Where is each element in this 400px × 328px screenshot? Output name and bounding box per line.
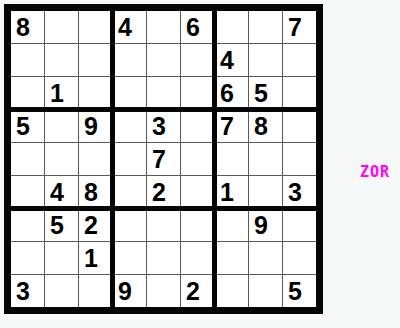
cell-r6c4[interactable] bbox=[113, 176, 146, 208]
cell-r2c3[interactable] bbox=[79, 44, 112, 76]
cell-r1c2[interactable] bbox=[45, 11, 78, 43]
cell-r9c4[interactable]: 9 bbox=[113, 275, 146, 307]
cell-r4c2[interactable] bbox=[45, 110, 78, 142]
cell-r9c9[interactable]: 5 bbox=[283, 275, 316, 307]
cell-r7c3[interactable]: 2 bbox=[79, 209, 112, 241]
cell-r8c7[interactable] bbox=[215, 242, 248, 274]
cell-r5c5[interactable]: 7 bbox=[147, 143, 180, 175]
cell-r8c3[interactable]: 1 bbox=[79, 242, 112, 274]
cell-r8c1[interactable] bbox=[11, 242, 44, 274]
cell-r8c2[interactable] bbox=[45, 242, 78, 274]
cell-r1c1[interactable]: 8 bbox=[11, 11, 44, 43]
cell-r6c2[interactable]: 4 bbox=[45, 176, 78, 208]
cell-r5c4[interactable] bbox=[113, 143, 146, 175]
cell-r4c9[interactable] bbox=[283, 110, 316, 142]
cell-r7c2[interactable]: 5 bbox=[45, 209, 78, 241]
cell-r9c1[interactable]: 3 bbox=[11, 275, 44, 307]
cell-r9c8[interactable] bbox=[249, 275, 282, 307]
cell-r3c1[interactable] bbox=[11, 77, 44, 109]
cell-r4c1[interactable]: 5 bbox=[11, 110, 44, 142]
cell-r5c6[interactable] bbox=[181, 143, 214, 175]
sudoku-board: 846741655937874821352913925 bbox=[4, 4, 323, 314]
cell-r1c7[interactable] bbox=[215, 11, 248, 43]
sudoku-grid: 846741655937874821352913925 bbox=[11, 11, 316, 307]
cell-r4c6[interactable] bbox=[181, 110, 214, 142]
cell-r9c5[interactable] bbox=[147, 275, 180, 307]
cell-r4c7[interactable]: 7 bbox=[215, 110, 248, 142]
cell-r9c2[interactable] bbox=[45, 275, 78, 307]
cell-r7c4[interactable] bbox=[113, 209, 146, 241]
cell-r8c5[interactable] bbox=[147, 242, 180, 274]
cell-r2c8[interactable] bbox=[249, 44, 282, 76]
cell-r2c1[interactable] bbox=[11, 44, 44, 76]
cell-r7c7[interactable] bbox=[215, 209, 248, 241]
cell-r1c5[interactable] bbox=[147, 11, 180, 43]
cell-r1c9[interactable]: 7 bbox=[283, 11, 316, 43]
cell-r8c6[interactable] bbox=[181, 242, 214, 274]
cell-r6c7[interactable]: 1 bbox=[215, 176, 248, 208]
cell-r3c6[interactable] bbox=[181, 77, 214, 109]
cell-r2c2[interactable] bbox=[45, 44, 78, 76]
cell-r4c8[interactable]: 8 bbox=[249, 110, 282, 142]
cell-r2c6[interactable] bbox=[181, 44, 214, 76]
cell-r3c3[interactable] bbox=[79, 77, 112, 109]
cell-r7c1[interactable] bbox=[11, 209, 44, 241]
cell-r1c4[interactable]: 4 bbox=[113, 11, 146, 43]
cell-r8c8[interactable] bbox=[249, 242, 282, 274]
cell-r1c3[interactable] bbox=[79, 11, 112, 43]
cell-r7c5[interactable] bbox=[147, 209, 180, 241]
cell-r3c7[interactable]: 6 bbox=[215, 77, 248, 109]
cell-r2c5[interactable] bbox=[147, 44, 180, 76]
cell-r3c9[interactable] bbox=[283, 77, 316, 109]
cell-r8c9[interactable] bbox=[283, 242, 316, 274]
cell-r1c6[interactable]: 6 bbox=[181, 11, 214, 43]
cell-r6c5[interactable]: 2 bbox=[147, 176, 180, 208]
cell-r9c7[interactable] bbox=[215, 275, 248, 307]
cell-r9c3[interactable] bbox=[79, 275, 112, 307]
cell-r3c8[interactable]: 5 bbox=[249, 77, 282, 109]
cell-r7c6[interactable] bbox=[181, 209, 214, 241]
cell-r4c5[interactable]: 3 bbox=[147, 110, 180, 142]
cell-r2c7[interactable]: 4 bbox=[215, 44, 248, 76]
cell-r5c8[interactable] bbox=[249, 143, 282, 175]
cell-r3c2[interactable]: 1 bbox=[45, 77, 78, 109]
side-label: ZOR bbox=[360, 163, 390, 181]
page: 846741655937874821352913925 ZOR bbox=[0, 0, 400, 328]
cell-r7c9[interactable] bbox=[283, 209, 316, 241]
cell-r7c8[interactable]: 9 bbox=[249, 209, 282, 241]
cell-r9c6[interactable]: 2 bbox=[181, 275, 214, 307]
cell-r2c9[interactable] bbox=[283, 44, 316, 76]
cell-r5c7[interactable] bbox=[215, 143, 248, 175]
cell-r2c4[interactable] bbox=[113, 44, 146, 76]
cell-r5c9[interactable] bbox=[283, 143, 316, 175]
cell-r3c4[interactable] bbox=[113, 77, 146, 109]
cell-r6c6[interactable] bbox=[181, 176, 214, 208]
cell-r5c3[interactable] bbox=[79, 143, 112, 175]
cell-r3c5[interactable] bbox=[147, 77, 180, 109]
cell-r5c1[interactable] bbox=[11, 143, 44, 175]
cell-r6c8[interactable] bbox=[249, 176, 282, 208]
cell-r6c9[interactable]: 3 bbox=[283, 176, 316, 208]
cell-r6c3[interactable]: 8 bbox=[79, 176, 112, 208]
cell-r6c1[interactable] bbox=[11, 176, 44, 208]
cell-r4c3[interactable]: 9 bbox=[79, 110, 112, 142]
cell-r4c4[interactable] bbox=[113, 110, 146, 142]
cell-r1c8[interactable] bbox=[249, 11, 282, 43]
cell-r5c2[interactable] bbox=[45, 143, 78, 175]
cell-r8c4[interactable] bbox=[113, 242, 146, 274]
